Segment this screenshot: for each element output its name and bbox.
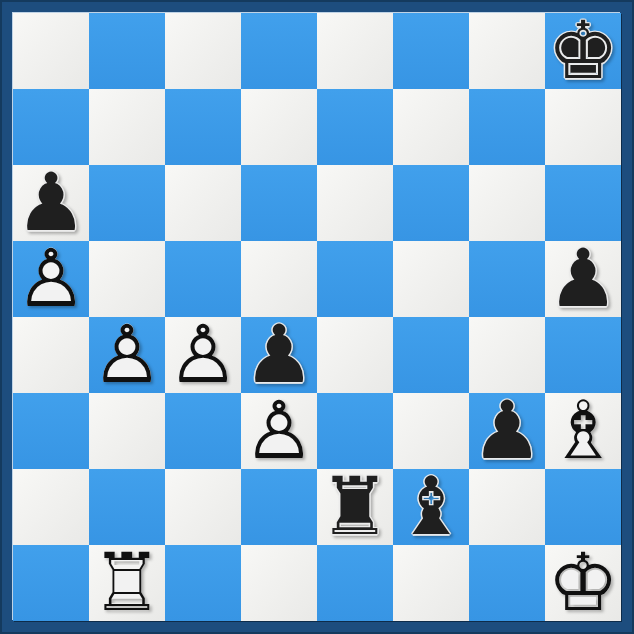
square-e1[interactable] bbox=[317, 545, 393, 621]
square-d8[interactable] bbox=[241, 13, 317, 89]
black-king-icon: ♚ bbox=[545, 13, 621, 89]
black-pawn-icon: ♟ bbox=[241, 317, 317, 393]
piece-white-king[interactable]: ♚♔ bbox=[545, 545, 621, 621]
piece-white-bishop[interactable]: ♝♗ bbox=[545, 393, 621, 469]
square-e7[interactable] bbox=[317, 89, 393, 165]
square-e5[interactable] bbox=[317, 241, 393, 317]
white-pawn-icon: ♙ bbox=[165, 317, 241, 393]
square-h3[interactable]: ♝♗ bbox=[545, 393, 621, 469]
black-bishop-icon: ♝ bbox=[393, 469, 469, 545]
square-d5[interactable] bbox=[241, 241, 317, 317]
square-e8[interactable] bbox=[317, 13, 393, 89]
square-a3[interactable] bbox=[13, 393, 89, 469]
square-c1[interactable] bbox=[165, 545, 241, 621]
square-g7[interactable] bbox=[469, 89, 545, 165]
square-b6[interactable] bbox=[89, 165, 165, 241]
square-c8[interactable] bbox=[165, 13, 241, 89]
white-pawn-icon: ♙ bbox=[241, 393, 317, 469]
square-b3[interactable] bbox=[89, 393, 165, 469]
square-d7[interactable] bbox=[241, 89, 317, 165]
square-g6[interactable] bbox=[469, 165, 545, 241]
piece-white-pawn[interactable]: ♟♙ bbox=[13, 241, 89, 317]
square-a6[interactable]: ♟ bbox=[13, 165, 89, 241]
square-f6[interactable] bbox=[393, 165, 469, 241]
square-a1[interactable] bbox=[13, 545, 89, 621]
piece-black-pawn[interactable]: ♟ bbox=[13, 165, 89, 241]
square-f7[interactable] bbox=[393, 89, 469, 165]
square-b1[interactable]: ♜♖ bbox=[89, 545, 165, 621]
black-pawn-icon: ♟ bbox=[13, 165, 89, 241]
square-d2[interactable] bbox=[241, 469, 317, 545]
black-rook-icon: ♜ bbox=[317, 469, 393, 545]
square-h1[interactable]: ♚♔ bbox=[545, 545, 621, 621]
square-e2[interactable]: ♜ bbox=[317, 469, 393, 545]
piece-white-pawn[interactable]: ♟♙ bbox=[165, 317, 241, 393]
square-e6[interactable] bbox=[317, 165, 393, 241]
white-rook-icon: ♖ bbox=[89, 545, 165, 621]
square-a5[interactable]: ♟♙ bbox=[13, 241, 89, 317]
square-f1[interactable] bbox=[393, 545, 469, 621]
piece-white-pawn[interactable]: ♟♙ bbox=[89, 317, 165, 393]
piece-black-pawn[interactable]: ♟ bbox=[545, 241, 621, 317]
square-g5[interactable] bbox=[469, 241, 545, 317]
white-pawn-icon: ♙ bbox=[13, 241, 89, 317]
square-g2[interactable] bbox=[469, 469, 545, 545]
square-f8[interactable] bbox=[393, 13, 469, 89]
chess-board: ♚♟♟♙♟♟♙♟♙♟♟♙♟♝♗♜♝♜♖♚♔ bbox=[13, 13, 621, 621]
square-c3[interactable] bbox=[165, 393, 241, 469]
square-b7[interactable] bbox=[89, 89, 165, 165]
piece-black-rook[interactable]: ♜ bbox=[317, 469, 393, 545]
square-c4[interactable]: ♟♙ bbox=[165, 317, 241, 393]
square-a7[interactable] bbox=[13, 89, 89, 165]
square-d6[interactable] bbox=[241, 165, 317, 241]
square-e3[interactable] bbox=[317, 393, 393, 469]
square-c2[interactable] bbox=[165, 469, 241, 545]
white-pawn-icon: ♙ bbox=[89, 317, 165, 393]
chess-board-frame: ♚♟♟♙♟♟♙♟♙♟♟♙♟♝♗♜♝♜♖♚♔ bbox=[0, 0, 634, 634]
square-g1[interactable] bbox=[469, 545, 545, 621]
square-d1[interactable] bbox=[241, 545, 317, 621]
square-d4[interactable]: ♟ bbox=[241, 317, 317, 393]
square-a8[interactable] bbox=[13, 13, 89, 89]
piece-black-bishop[interactable]: ♝ bbox=[393, 469, 469, 545]
square-c7[interactable] bbox=[165, 89, 241, 165]
square-f4[interactable] bbox=[393, 317, 469, 393]
piece-black-king[interactable]: ♚ bbox=[545, 13, 621, 89]
square-c5[interactable] bbox=[165, 241, 241, 317]
square-a2[interactable] bbox=[13, 469, 89, 545]
white-bishop-icon: ♗ bbox=[545, 393, 621, 469]
piece-black-pawn[interactable]: ♟ bbox=[469, 393, 545, 469]
square-h4[interactable] bbox=[545, 317, 621, 393]
white-king-icon: ♔ bbox=[545, 545, 621, 621]
square-e4[interactable] bbox=[317, 317, 393, 393]
square-h2[interactable] bbox=[545, 469, 621, 545]
square-a4[interactable] bbox=[13, 317, 89, 393]
piece-white-pawn[interactable]: ♟♙ bbox=[241, 393, 317, 469]
square-d3[interactable]: ♟♙ bbox=[241, 393, 317, 469]
piece-black-pawn[interactable]: ♟ bbox=[241, 317, 317, 393]
square-f2[interactable]: ♝ bbox=[393, 469, 469, 545]
piece-white-rook[interactable]: ♜♖ bbox=[89, 545, 165, 621]
square-c6[interactable] bbox=[165, 165, 241, 241]
square-h6[interactable] bbox=[545, 165, 621, 241]
square-g4[interactable] bbox=[469, 317, 545, 393]
square-f5[interactable] bbox=[393, 241, 469, 317]
square-g8[interactable] bbox=[469, 13, 545, 89]
square-b8[interactable] bbox=[89, 13, 165, 89]
square-b4[interactable]: ♟♙ bbox=[89, 317, 165, 393]
square-g3[interactable]: ♟ bbox=[469, 393, 545, 469]
square-b5[interactable] bbox=[89, 241, 165, 317]
square-h5[interactable]: ♟ bbox=[545, 241, 621, 317]
black-pawn-icon: ♟ bbox=[545, 241, 621, 317]
square-h7[interactable] bbox=[545, 89, 621, 165]
square-h8[interactable]: ♚ bbox=[545, 13, 621, 89]
black-pawn-icon: ♟ bbox=[469, 393, 545, 469]
square-b2[interactable] bbox=[89, 469, 165, 545]
square-f3[interactable] bbox=[393, 393, 469, 469]
